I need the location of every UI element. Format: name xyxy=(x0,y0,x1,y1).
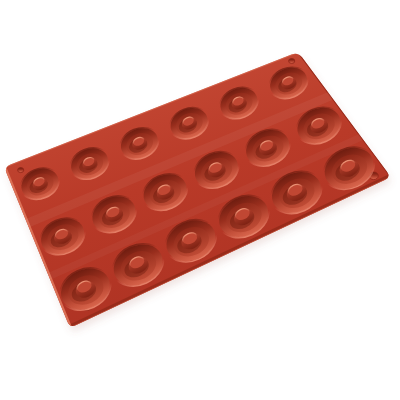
silicone-mold-photo xyxy=(0,0,400,400)
corner-hole-0 xyxy=(18,168,24,173)
product-photo-stage xyxy=(0,0,400,400)
page: { "scene": { "type": "product-photo", "s… xyxy=(0,0,400,400)
corner-hole-1 xyxy=(289,59,295,64)
